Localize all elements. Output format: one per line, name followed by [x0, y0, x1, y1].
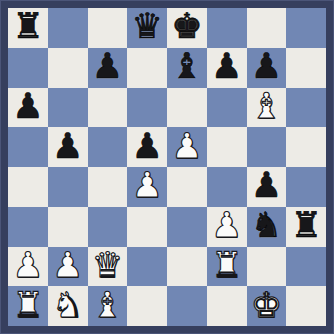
square-g8[interactable] [247, 8, 287, 48]
square-f7[interactable]: ♟ [207, 48, 247, 88]
square-g3[interactable]: ♞ [247, 207, 287, 247]
square-e4[interactable] [167, 167, 207, 207]
chess-board-frame: ♜♛♚♟♝♟♟♟♝♟♟♟♟♟♟♞♜♟♟♛♜♜♞♝♚ [0, 0, 334, 334]
square-e1[interactable] [167, 286, 207, 326]
white-pawn-piece[interactable]: ♟ [211, 208, 242, 243]
white-pawn-piece[interactable]: ♟ [52, 248, 83, 283]
square-h1[interactable] [286, 286, 326, 326]
square-a1[interactable]: ♜ [8, 286, 48, 326]
square-g2[interactable] [247, 247, 287, 287]
square-e8[interactable]: ♚ [167, 8, 207, 48]
square-h5[interactable] [286, 127, 326, 167]
square-e3[interactable] [167, 207, 207, 247]
square-b4[interactable] [48, 167, 88, 207]
square-h2[interactable] [286, 247, 326, 287]
square-e6[interactable] [167, 88, 207, 128]
white-knight-piece[interactable]: ♞ [52, 288, 83, 323]
square-f5[interactable] [207, 127, 247, 167]
square-e5[interactable]: ♟ [167, 127, 207, 167]
square-f2[interactable]: ♜ [207, 247, 247, 287]
square-d4[interactable]: ♟ [127, 167, 167, 207]
black-king-piece[interactable]: ♚ [171, 9, 202, 44]
square-d6[interactable] [127, 88, 167, 128]
square-g1[interactable]: ♚ [247, 286, 287, 326]
square-d3[interactable] [127, 207, 167, 247]
black-pawn-piece[interactable]: ♟ [131, 129, 162, 164]
square-c1[interactable]: ♝ [88, 286, 128, 326]
square-c7[interactable]: ♟ [88, 48, 128, 88]
square-h6[interactable] [286, 88, 326, 128]
square-b5[interactable]: ♟ [48, 127, 88, 167]
white-king-piece[interactable]: ♚ [251, 288, 282, 323]
square-f6[interactable] [207, 88, 247, 128]
white-queen-piece[interactable]: ♛ [92, 248, 123, 283]
square-b8[interactable] [48, 8, 88, 48]
black-pawn-piece[interactable]: ♟ [12, 89, 43, 124]
square-g4[interactable]: ♟ [247, 167, 287, 207]
black-pawn-piece[interactable]: ♟ [251, 49, 282, 84]
square-d5[interactable]: ♟ [127, 127, 167, 167]
white-rook-piece[interactable]: ♜ [12, 288, 43, 323]
white-rook-piece[interactable]: ♜ [211, 248, 242, 283]
square-b7[interactable] [48, 48, 88, 88]
white-bishop-piece[interactable]: ♝ [92, 288, 123, 323]
black-rook-piece[interactable]: ♜ [290, 208, 321, 243]
square-e2[interactable] [167, 247, 207, 287]
square-a5[interactable] [8, 127, 48, 167]
square-g5[interactable] [247, 127, 287, 167]
square-c8[interactable] [88, 8, 128, 48]
square-b2[interactable]: ♟ [48, 247, 88, 287]
square-a3[interactable] [8, 207, 48, 247]
black-pawn-piece[interactable]: ♟ [211, 49, 242, 84]
square-h8[interactable] [286, 8, 326, 48]
white-pawn-piece[interactable]: ♟ [131, 168, 162, 203]
square-d7[interactable] [127, 48, 167, 88]
square-a8[interactable]: ♜ [8, 8, 48, 48]
black-rook-piece[interactable]: ♜ [12, 9, 43, 44]
square-a7[interactable] [8, 48, 48, 88]
black-queen-piece[interactable]: ♛ [131, 9, 162, 44]
square-c5[interactable] [88, 127, 128, 167]
black-pawn-piece[interactable]: ♟ [251, 168, 282, 203]
square-c6[interactable] [88, 88, 128, 128]
square-f4[interactable] [207, 167, 247, 207]
square-d1[interactable] [127, 286, 167, 326]
square-g6[interactable]: ♝ [247, 88, 287, 128]
square-c2[interactable]: ♛ [88, 247, 128, 287]
square-c3[interactable] [88, 207, 128, 247]
square-d8[interactable]: ♛ [127, 8, 167, 48]
square-h4[interactable] [286, 167, 326, 207]
square-a4[interactable] [8, 167, 48, 207]
square-e7[interactable]: ♝ [167, 48, 207, 88]
square-a2[interactable]: ♟ [8, 247, 48, 287]
square-h3[interactable]: ♜ [286, 207, 326, 247]
square-a6[interactable]: ♟ [8, 88, 48, 128]
black-pawn-piece[interactable]: ♟ [92, 49, 123, 84]
black-bishop-piece[interactable]: ♝ [171, 49, 202, 84]
square-h7[interactable] [286, 48, 326, 88]
black-pawn-piece[interactable]: ♟ [52, 129, 83, 164]
square-b3[interactable] [48, 207, 88, 247]
square-f8[interactable] [207, 8, 247, 48]
square-d2[interactable] [127, 247, 167, 287]
white-pawn-piece[interactable]: ♟ [12, 248, 43, 283]
white-pawn-piece[interactable]: ♟ [171, 129, 202, 164]
white-bishop-piece[interactable]: ♝ [251, 89, 282, 124]
square-f3[interactable]: ♟ [207, 207, 247, 247]
square-b1[interactable]: ♞ [48, 286, 88, 326]
square-b6[interactable] [48, 88, 88, 128]
square-f1[interactable] [207, 286, 247, 326]
chess-board: ♜♛♚♟♝♟♟♟♝♟♟♟♟♟♟♞♜♟♟♛♜♜♞♝♚ [8, 8, 326, 326]
square-c4[interactable] [88, 167, 128, 207]
black-knight-piece[interactable]: ♞ [251, 208, 282, 243]
square-g7[interactable]: ♟ [247, 48, 287, 88]
